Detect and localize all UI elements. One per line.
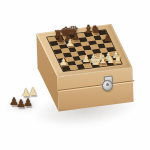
chess-set-photo: ♜♚♛♝♞♟♟♟♟♟♟♟♟♟♟♟♚♝♞♜ ♟♟♟♟♟: [0, 0, 150, 150]
chess-piece-light-pawn: ♟: [18, 87, 34, 98]
board-square: [112, 60, 121, 65]
captured-pieces-shadow: [7, 98, 39, 112]
chess-piece-light-pawn: ♟: [25, 86, 41, 97]
clasp-latch-icon: [102, 80, 113, 91]
